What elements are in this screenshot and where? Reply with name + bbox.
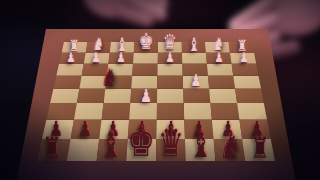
piece-black-bishop-f8[interactable]: ♝ bbox=[100, 128, 123, 162]
piece-white-pawn-a2[interactable]: ♟ bbox=[239, 51, 248, 64]
piece-white-pawn-b2[interactable]: ♟ bbox=[215, 51, 224, 64]
piece-black-rook-a8[interactable]: ♜ bbox=[251, 133, 270, 162]
piece-white-pawn-c4[interactable]: ♟ bbox=[191, 73, 202, 89]
pieces-layer: ♜♞♝♛♚♝♞♜♟♟♟♟♟♟♟♟♞♟♟♟♟♟♟♟♟♜♞♝♛♚♝♜ bbox=[0, 0, 320, 180]
piece-white-pawn-d2[interactable]: ♟ bbox=[165, 51, 174, 64]
piece-black-rook-h8[interactable]: ♜ bbox=[42, 133, 61, 162]
chess-photo-scene: ♜♞♝♛♚♝♞♜♟♟♟♟♟♟♟♟♞♟♟♟♟♟♟♟♟♜♞♝♛♚♝♜ bbox=[0, 0, 320, 180]
piece-black-queen-d8[interactable]: ♛ bbox=[158, 123, 184, 162]
piece-white-king-e1[interactable]: ♚ bbox=[138, 31, 153, 53]
piece-white-bishop-c1[interactable]: ♝ bbox=[188, 35, 200, 53]
piece-white-pawn-f2[interactable]: ♟ bbox=[116, 51, 125, 64]
piece-black-knight-b8[interactable]: ♞ bbox=[219, 129, 241, 162]
piece-white-pawn-e5[interactable]: ♟ bbox=[140, 86, 152, 104]
piece-white-pawn-h2[interactable]: ♟ bbox=[67, 51, 76, 64]
piece-white-pawn-g2[interactable]: ♟ bbox=[92, 51, 101, 64]
piece-black-knight-f4[interactable]: ♞ bbox=[101, 65, 117, 89]
piece-black-king-e8[interactable]: ♚ bbox=[127, 121, 155, 163]
piece-black-pawn-g7[interactable]: ♟ bbox=[78, 119, 92, 140]
piece-black-bishop-c8[interactable]: ♝ bbox=[189, 128, 212, 162]
